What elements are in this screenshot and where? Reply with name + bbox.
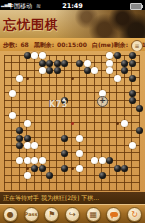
stone-white bbox=[76, 150, 83, 157]
stone-white bbox=[16, 75, 23, 82]
stone-white bbox=[9, 90, 16, 97]
stone-white bbox=[31, 52, 38, 59]
exit-icon: ↪ bbox=[69, 211, 76, 219]
stone-black bbox=[61, 135, 68, 142]
stone-black bbox=[129, 75, 136, 82]
clock-time: 21:49 bbox=[0, 2, 145, 10]
bottom-toolbar: ●Pass⚑↪▦↻ bbox=[0, 204, 145, 223]
stone-white bbox=[91, 157, 98, 164]
stone-black bbox=[16, 142, 23, 149]
stone-black bbox=[46, 172, 53, 179]
stone-white bbox=[121, 120, 128, 127]
flag-icon: ⚑ bbox=[48, 211, 55, 219]
stone-white bbox=[31, 157, 38, 164]
stone-black bbox=[129, 97, 136, 104]
stone-white bbox=[24, 142, 31, 149]
stone-black bbox=[121, 165, 128, 172]
stone-white bbox=[39, 157, 46, 164]
stone-white bbox=[24, 120, 31, 127]
steps-label: 步数: bbox=[3, 41, 17, 48]
star-point bbox=[26, 77, 29, 80]
battery-icon bbox=[130, 3, 142, 10]
board-watermark: K73 bbox=[49, 100, 68, 109]
stone-white bbox=[24, 172, 31, 179]
stone-icon: ● bbox=[7, 211, 14, 219]
stone-black bbox=[39, 165, 46, 172]
stone-white bbox=[76, 135, 83, 142]
stone-black bbox=[136, 127, 143, 134]
stone-button[interactable]: ● bbox=[3, 207, 18, 222]
stone-white bbox=[106, 60, 113, 67]
stone-black bbox=[84, 67, 91, 74]
waiting-message: 正在等待对手 我为棋狂[2段] 下棋... bbox=[3, 194, 99, 201]
steps-value: 68 bbox=[20, 41, 28, 48]
stone-black bbox=[54, 67, 61, 74]
stone-black bbox=[136, 105, 143, 112]
stone-black bbox=[61, 165, 68, 172]
stone-white bbox=[9, 112, 16, 119]
ink-painting-decoration bbox=[55, 10, 145, 38]
star-point bbox=[26, 167, 29, 170]
status-message-bar: 正在等待对手 我为棋狂[2段] 下棋... bbox=[0, 192, 145, 204]
stone-black bbox=[129, 90, 136, 97]
stone-white bbox=[91, 67, 98, 74]
status-bar: ▂▄▆ 中国移动 ≋ 21:49 bbox=[0, 0, 145, 10]
star-point bbox=[116, 122, 119, 125]
stone-black bbox=[106, 157, 113, 164]
stone-black bbox=[76, 60, 83, 67]
stone-black bbox=[16, 127, 23, 134]
black-time-value: 00:15:00 bbox=[57, 41, 87, 48]
stone-black bbox=[114, 52, 121, 59]
stone-white bbox=[106, 52, 113, 59]
go-board-grid[interactable]: + bbox=[4, 55, 140, 191]
stone-black bbox=[61, 60, 68, 67]
black-time-label: 黑剩余: bbox=[34, 41, 54, 48]
stone-white bbox=[129, 142, 136, 149]
star-point bbox=[71, 167, 74, 170]
stone-black bbox=[46, 67, 53, 74]
chat-bubble-icon bbox=[110, 212, 118, 218]
stone-black bbox=[24, 52, 31, 59]
go-board[interactable]: + K73 bbox=[0, 51, 145, 192]
stone-white bbox=[39, 67, 46, 74]
pass-button[interactable]: Pass bbox=[24, 207, 39, 222]
stone-black bbox=[129, 52, 136, 59]
stone-black bbox=[24, 135, 31, 142]
stone-black bbox=[114, 165, 121, 172]
stone-white bbox=[114, 75, 121, 82]
sound-toggle-icon[interactable]: ≡ bbox=[131, 40, 143, 52]
stone-white bbox=[99, 157, 106, 164]
stone-black bbox=[129, 60, 136, 67]
stone-white bbox=[39, 52, 46, 59]
stone-black bbox=[39, 60, 46, 67]
grid-icon: ▦ bbox=[89, 211, 97, 219]
stone-black bbox=[99, 172, 106, 179]
count-button[interactable]: ▦ bbox=[86, 207, 101, 222]
game-info-bar: 步数:68 黑剩余:00:15:00 白(me)剩余:00:15:00 bbox=[0, 38, 145, 51]
refresh-button[interactable]: ↻ bbox=[127, 207, 142, 222]
stone-black bbox=[54, 60, 61, 67]
star-point bbox=[71, 122, 74, 125]
cursor-crosshair-marker: + bbox=[97, 96, 108, 107]
refresh-icon: ↻ bbox=[131, 211, 138, 219]
stone-black bbox=[46, 60, 53, 67]
white-time-label: 白(me)剩余: bbox=[92, 41, 128, 48]
stone-white bbox=[106, 67, 113, 74]
resign-button[interactable]: ⚑ bbox=[44, 207, 59, 222]
stone-white bbox=[84, 60, 91, 67]
stone-black bbox=[121, 67, 128, 74]
title-bar: 忘忧围棋 bbox=[0, 10, 145, 38]
stone-black bbox=[16, 135, 23, 142]
stone-black bbox=[121, 60, 128, 67]
exit-button[interactable]: ↪ bbox=[65, 207, 80, 222]
pass-label: Pass bbox=[25, 212, 38, 217]
stone-white bbox=[16, 157, 23, 164]
star-point bbox=[71, 77, 74, 80]
stone-black bbox=[61, 150, 68, 157]
stone-black bbox=[31, 165, 38, 172]
stone-white bbox=[24, 157, 31, 164]
stone-white bbox=[76, 165, 83, 172]
app-title: 忘忧围棋 bbox=[3, 16, 59, 34]
chat-button[interactable] bbox=[106, 207, 121, 222]
stone-white bbox=[31, 142, 38, 149]
